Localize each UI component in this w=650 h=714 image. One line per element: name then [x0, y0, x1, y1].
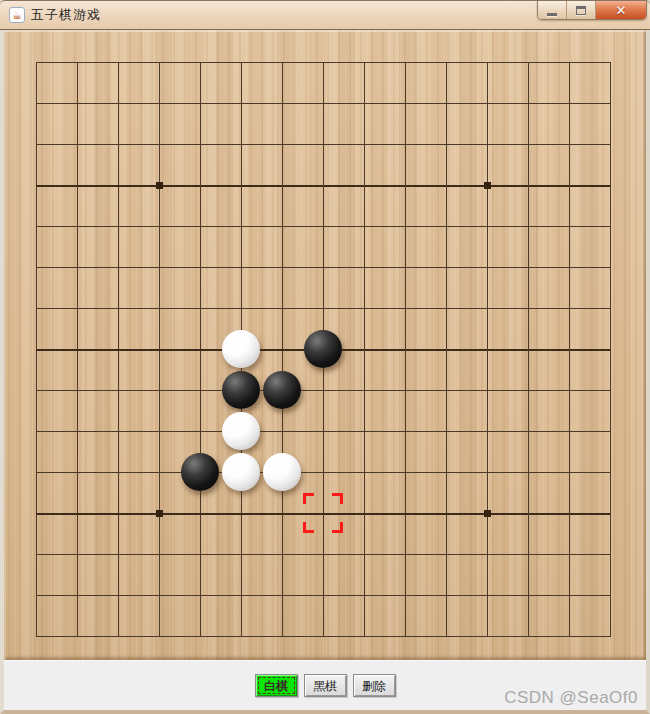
- grid-line-horizontal: [36, 595, 611, 596]
- close-button[interactable]: ✕: [596, 1, 646, 19]
- grid-line-horizontal: [36, 390, 611, 391]
- black-stone[interactable]: [222, 371, 260, 409]
- window-controls: ✕: [537, 1, 647, 20]
- grid-line-vertical: [569, 62, 570, 637]
- grid-line-vertical: [610, 62, 611, 637]
- white-stone[interactable]: [222, 453, 260, 491]
- star-point: [484, 182, 491, 189]
- minimize-icon: [547, 13, 557, 16]
- marker-corner-tr: [332, 493, 343, 504]
- gomoku-board[interactable]: [4, 30, 646, 660]
- grid-line-vertical: [364, 62, 365, 637]
- white-stone-button[interactable]: 白棋: [255, 674, 298, 697]
- gomoku-window: ☕ 五子棋游戏 ✕ 白棋 黑棋 删除 CSDN @SeaOf0: [0, 0, 650, 714]
- white-stone[interactable]: [222, 330, 260, 368]
- selection-marker: [303, 493, 343, 533]
- grid-line-horizontal: [36, 554, 611, 555]
- star-point: [484, 510, 491, 517]
- white-stone[interactable]: [222, 412, 260, 450]
- maximize-button[interactable]: [567, 1, 596, 19]
- grid-line-vertical: [528, 62, 529, 637]
- marker-corner-bl: [303, 522, 314, 533]
- grid-line-horizontal: [36, 431, 611, 432]
- marker-corner-br: [332, 522, 343, 533]
- close-icon: ✕: [616, 4, 627, 17]
- black-stone[interactable]: [263, 371, 301, 409]
- marker-corner-tl: [303, 493, 314, 504]
- black-stone-button[interactable]: 黑棋: [304, 674, 347, 697]
- grid-line-horizontal: [36, 636, 611, 637]
- grid-line-vertical: [446, 62, 447, 637]
- title-bar[interactable]: ☕ 五子棋游戏 ✕: [0, 0, 650, 30]
- control-panel: 白棋 黑棋 删除: [4, 660, 646, 710]
- star-point: [156, 510, 163, 517]
- maximize-icon: [576, 6, 586, 15]
- star-point: [156, 182, 163, 189]
- white-stone[interactable]: [263, 453, 301, 491]
- window-title: 五子棋游戏: [31, 6, 101, 24]
- minimize-button[interactable]: [538, 1, 567, 19]
- grid-line-vertical: [487, 62, 488, 637]
- black-stone[interactable]: [181, 453, 219, 491]
- delete-button[interactable]: 删除: [353, 674, 396, 697]
- grid-line-vertical: [405, 62, 406, 637]
- black-stone[interactable]: [304, 330, 342, 368]
- java-coffee-cup-icon: ☕: [9, 7, 25, 23]
- grid-line-horizontal: [36, 472, 611, 473]
